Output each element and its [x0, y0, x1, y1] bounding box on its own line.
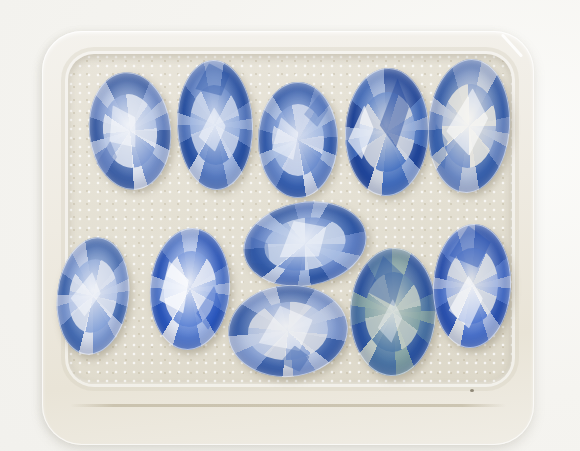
plastic-crease — [501, 33, 523, 57]
gem-photo — [0, 0, 580, 451]
dust-speck — [470, 389, 474, 392]
marks-layer — [0, 0, 580, 451]
